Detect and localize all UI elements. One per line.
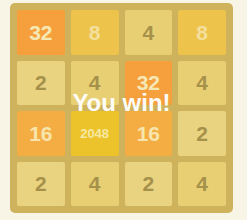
tile-2048: 2048: [71, 111, 119, 156]
tile-2: 2: [17, 61, 65, 106]
game-board: 32848243241620481622424: [10, 3, 233, 213]
tile-8: 8: [71, 10, 119, 55]
tile-4: 4: [125, 10, 173, 55]
tile-32: 32: [125, 61, 173, 106]
tile-16: 16: [17, 111, 65, 156]
tile-4: 4: [71, 61, 119, 106]
tile-2: 2: [125, 162, 173, 207]
tile-2: 2: [178, 111, 226, 156]
tile-32: 32: [17, 10, 65, 55]
tile-4: 4: [178, 162, 226, 207]
tile-8: 8: [178, 10, 226, 55]
page-background: 32848243241620481622424 You win!: [0, 0, 247, 220]
tile-4: 4: [178, 61, 226, 106]
tile-2: 2: [17, 162, 65, 207]
tile-16: 16: [125, 111, 173, 156]
tile-4: 4: [71, 162, 119, 207]
